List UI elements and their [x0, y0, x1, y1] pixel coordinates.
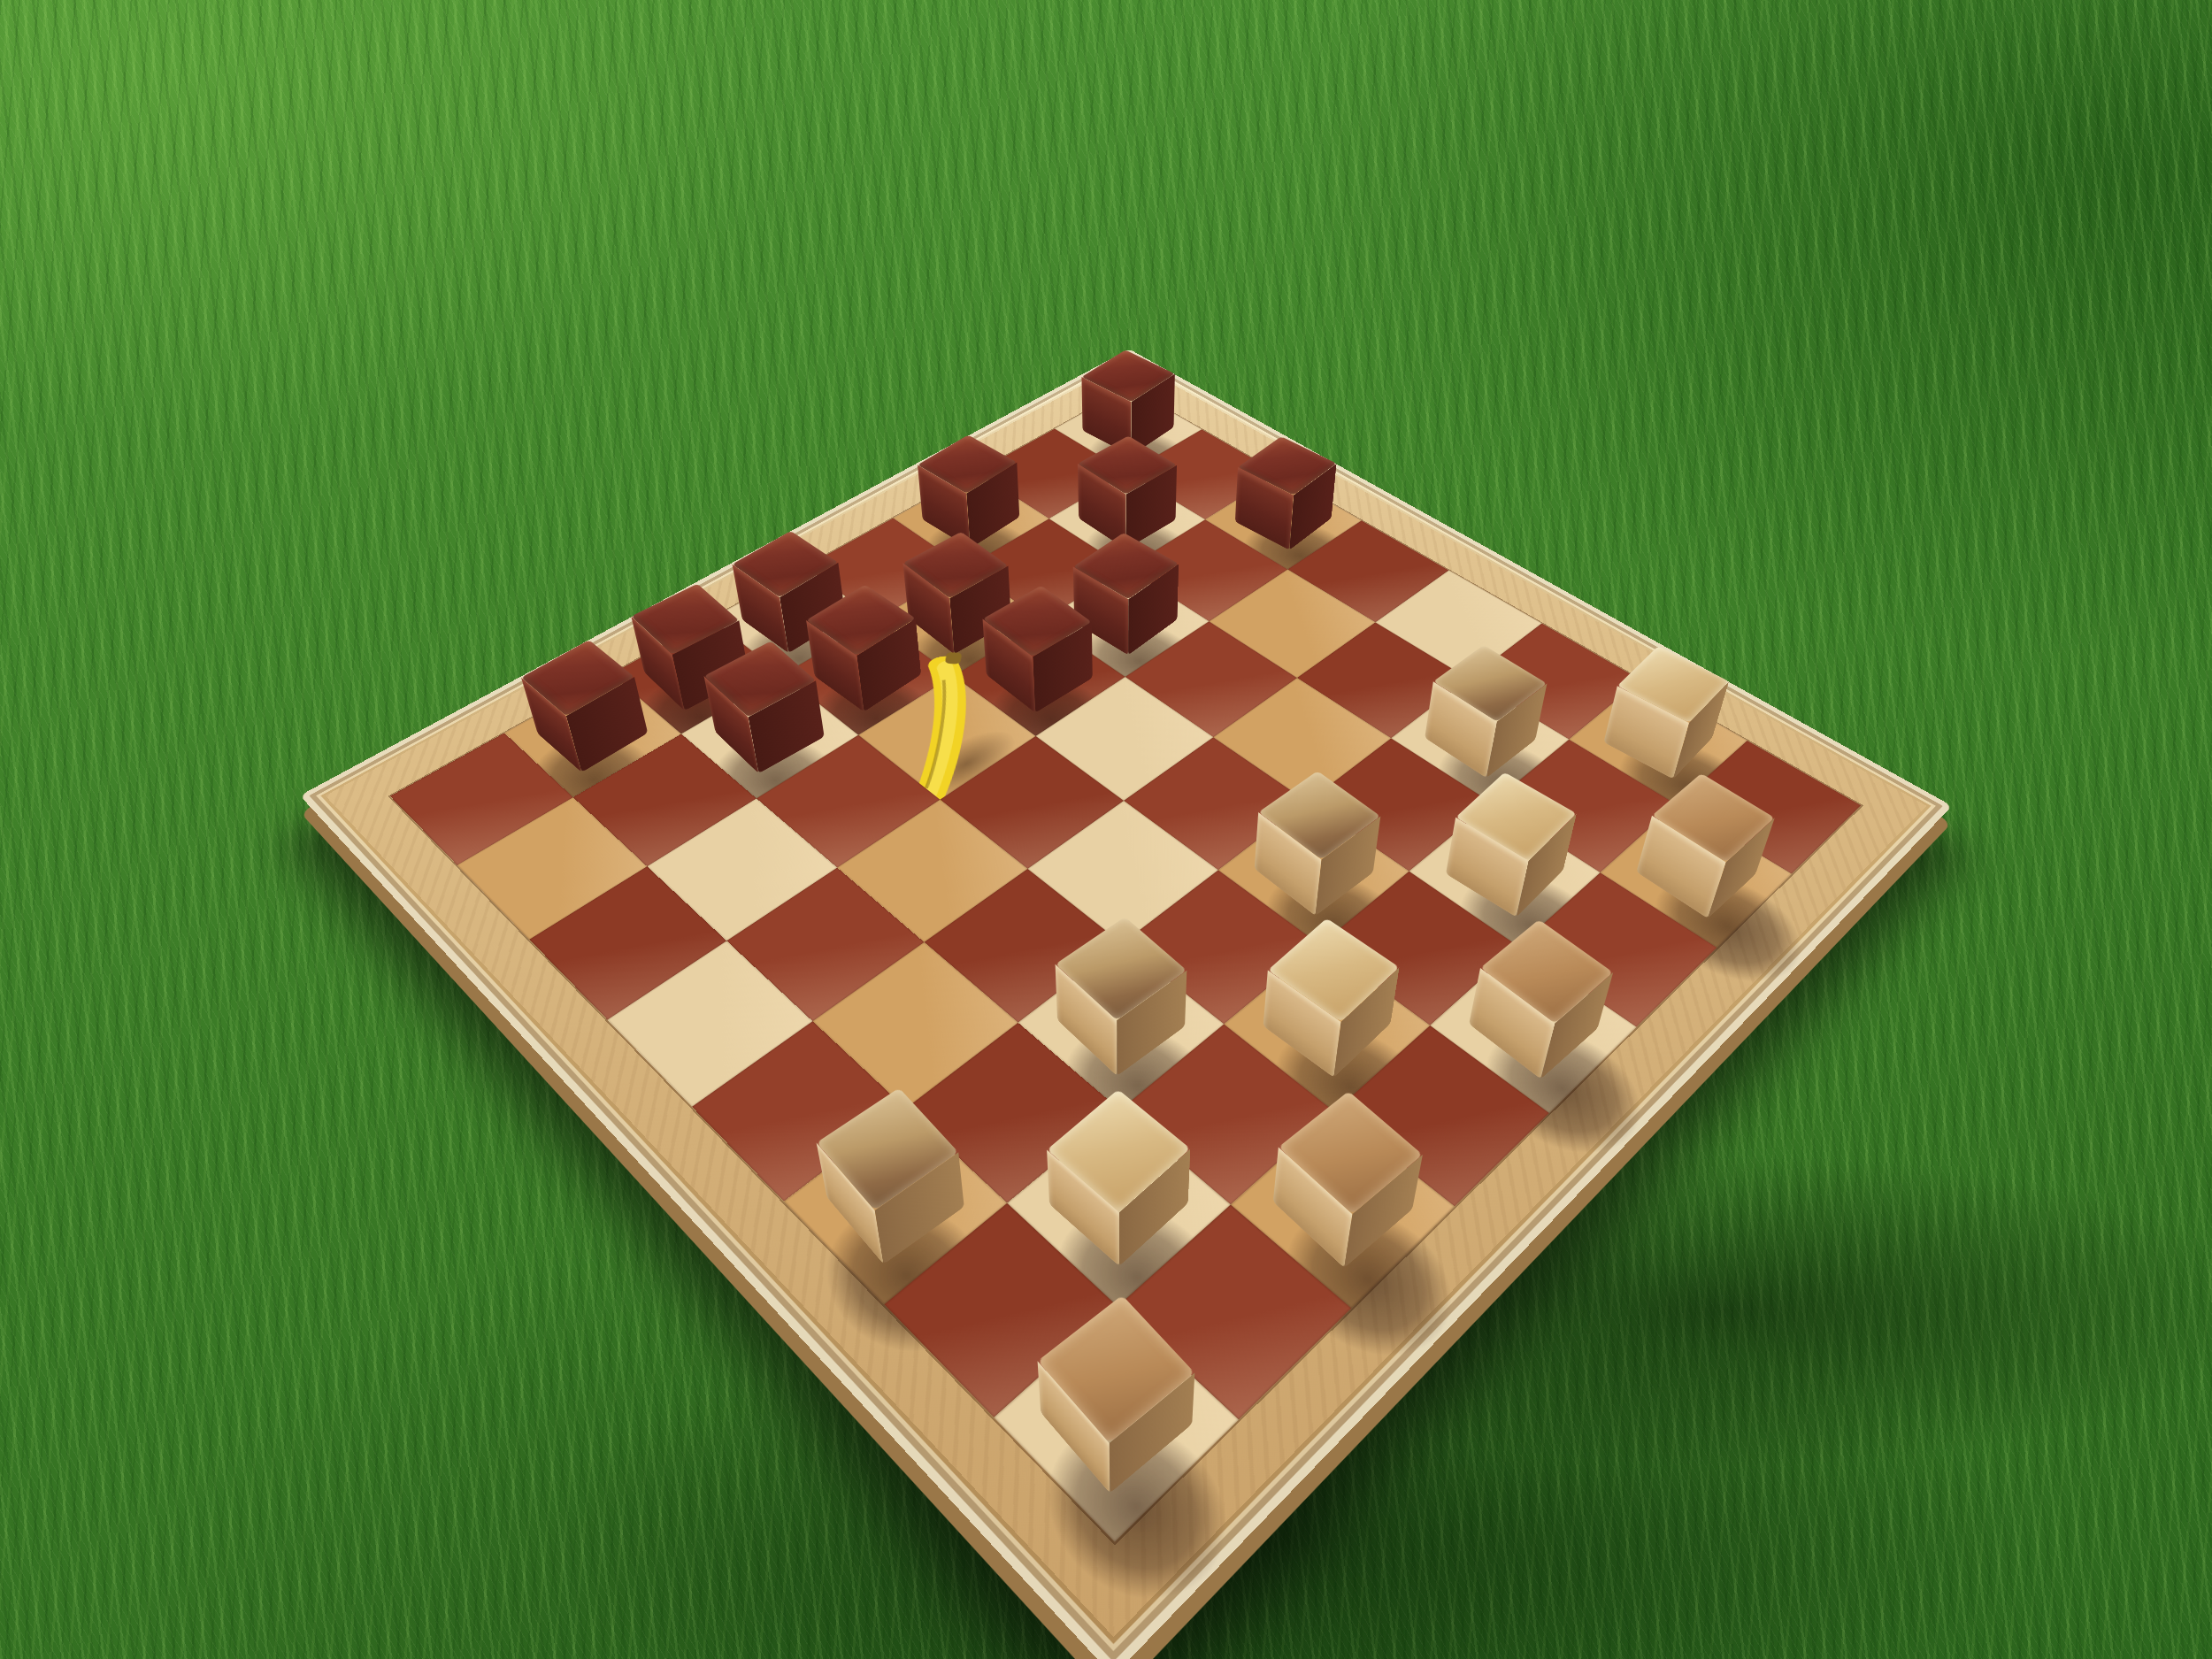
scene-3d: [0, 0, 2212, 1659]
square-a1[interactable]: [390, 733, 573, 864]
piece-light-cube-g8[interactable]: [1603, 703, 1712, 780]
board-grid: [390, 388, 1861, 1541]
square-h7[interactable]: [1601, 804, 1792, 948]
piece-light-cube-f5[interactable]: [1255, 827, 1373, 916]
board-molding-edge: [300, 349, 1953, 1659]
checkers-board: [300, 349, 1953, 1659]
piece-light-cube-g6[interactable]: [1446, 829, 1563, 918]
board-border-band: [326, 360, 1927, 1638]
